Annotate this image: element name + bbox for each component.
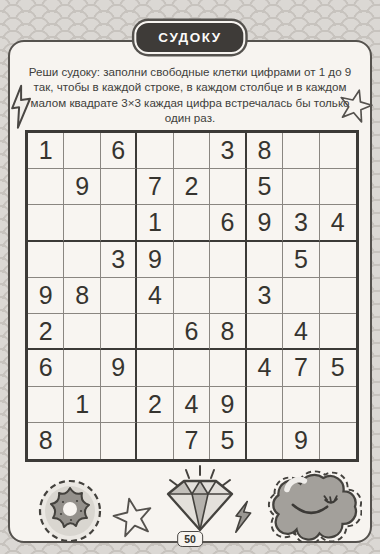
sudoku-cell-r3c8: 3 xyxy=(283,205,319,241)
sudoku-cell-r1c1: 1 xyxy=(28,133,64,169)
sudoku-cell-r9c4[interactable] xyxy=(137,423,173,459)
sudoku-cell-r3c4: 1 xyxy=(137,205,173,241)
sudoku-grid: 1638972516934395984326846947512498759 xyxy=(25,130,359,462)
sudoku-cell-r2c6[interactable] xyxy=(210,169,246,205)
sudoku-cell-r5c2: 8 xyxy=(64,278,100,314)
sudoku-cell-r5c4: 4 xyxy=(137,278,173,314)
sudoku-cell-r8c6: 9 xyxy=(210,387,246,423)
sudoku-cell-r5c3[interactable] xyxy=(101,278,137,314)
sudoku-cell-r2c4: 7 xyxy=(137,169,173,205)
sudoku-cell-r1c8[interactable] xyxy=(283,133,319,169)
sudoku-cell-r9c3[interactable] xyxy=(101,423,137,459)
page-title: СУДОКУ xyxy=(158,30,221,45)
sudoku-cell-r3c3[interactable] xyxy=(101,205,137,241)
sudoku-cell-r8c2: 1 xyxy=(64,387,100,423)
sudoku-cell-r8c4: 2 xyxy=(137,387,173,423)
diamond-icon xyxy=(158,464,242,538)
sudoku-cell-r4c6[interactable] xyxy=(210,242,246,278)
sudoku-cell-r7c3: 9 xyxy=(101,350,137,386)
sudoku-cell-r5c1: 9 xyxy=(28,278,64,314)
sudoku-cell-r6c1: 2 xyxy=(28,314,64,350)
sudoku-cell-r7c4[interactable] xyxy=(137,350,173,386)
sudoku-cell-r3c9: 4 xyxy=(320,205,356,241)
star-icon xyxy=(107,491,159,543)
sudoku-cell-r9c7[interactable] xyxy=(247,423,283,459)
sudoku-cell-r9c6: 5 xyxy=(210,423,246,459)
sudoku-cell-r6c6: 8 xyxy=(210,314,246,350)
sudoku-cell-r7c8: 7 xyxy=(283,350,319,386)
sudoku-cell-r4c8: 5 xyxy=(283,242,319,278)
sudoku-cell-r8c1[interactable] xyxy=(28,387,64,423)
book-page: СУДОКУ Реши судоку: заполни свободные кл… xyxy=(0,0,380,554)
sudoku-cell-r7c9: 5 xyxy=(320,350,356,386)
sudoku-cell-r4c2[interactable] xyxy=(64,242,100,278)
sudoku-cell-r2c5: 2 xyxy=(174,169,210,205)
sudoku-cell-r6c8: 4 xyxy=(283,314,319,350)
sudoku-cell-r2c7: 5 xyxy=(247,169,283,205)
sudoku-cell-r7c6[interactable] xyxy=(210,350,246,386)
sudoku-cell-r3c6: 6 xyxy=(210,205,246,241)
sudoku-cell-r3c2[interactable] xyxy=(64,205,100,241)
sudoku-cell-r8c8[interactable] xyxy=(283,387,319,423)
donut-icon xyxy=(37,478,103,544)
sudoku-cell-r8c5: 4 xyxy=(174,387,210,423)
sudoku-cell-r9c9[interactable] xyxy=(320,423,356,459)
sudoku-cell-r9c2[interactable] xyxy=(64,423,100,459)
sudoku-cell-r5c8[interactable] xyxy=(283,278,319,314)
sudoku-cell-r4c4: 9 xyxy=(137,242,173,278)
sudoku-cell-r8c9[interactable] xyxy=(320,387,356,423)
sudoku-cell-r3c7: 9 xyxy=(247,205,283,241)
sudoku-cell-r7c5[interactable] xyxy=(174,350,210,386)
sudoku-cell-r9c5: 7 xyxy=(174,423,210,459)
sudoku-cell-r1c7: 8 xyxy=(247,133,283,169)
sudoku-cell-r1c9[interactable] xyxy=(320,133,356,169)
sudoku-cell-r7c1: 6 xyxy=(28,350,64,386)
sudoku-cell-r4c9[interactable] xyxy=(320,242,356,278)
sudoku-cell-r6c4[interactable] xyxy=(137,314,173,350)
sudoku-cell-r7c2[interactable] xyxy=(64,350,100,386)
puzzle-instructions: Реши судоку: заполни свободные клетки ци… xyxy=(22,64,358,126)
page-title-badge: СУДОКУ xyxy=(134,21,245,54)
sudoku-cell-r6c3[interactable] xyxy=(101,314,137,350)
sudoku-cell-r2c8[interactable] xyxy=(283,169,319,205)
sudoku-cell-r5c7: 3 xyxy=(247,278,283,314)
sudoku-cell-r1c4[interactable] xyxy=(137,133,173,169)
sudoku-cell-r4c5[interactable] xyxy=(174,242,210,278)
sudoku-cell-r4c3: 3 xyxy=(101,242,137,278)
cloud-icon xyxy=(258,455,362,543)
sudoku-cell-r1c6: 3 xyxy=(210,133,246,169)
sudoku-cell-r5c9[interactable] xyxy=(320,278,356,314)
page-number: 50 xyxy=(177,531,203,547)
sudoku-cell-r6c2[interactable] xyxy=(64,314,100,350)
sudoku-cell-r9c8: 9 xyxy=(283,423,319,459)
sudoku-cell-r2c2: 9 xyxy=(64,169,100,205)
sudoku-cell-r1c5[interactable] xyxy=(174,133,210,169)
sudoku-cell-r2c3[interactable] xyxy=(101,169,137,205)
sudoku-cell-r6c5: 6 xyxy=(174,314,210,350)
sudoku-cell-r6c7[interactable] xyxy=(247,314,283,350)
sudoku-cell-r7c7: 4 xyxy=(247,350,283,386)
sudoku-cell-r2c1[interactable] xyxy=(28,169,64,205)
sudoku-cell-r4c1[interactable] xyxy=(28,242,64,278)
sudoku-cell-r3c5[interactable] xyxy=(174,205,210,241)
sudoku-cell-r9c1: 8 xyxy=(28,423,64,459)
sudoku-cell-r3c1[interactable] xyxy=(28,205,64,241)
sudoku-cell-r1c3: 6 xyxy=(101,133,137,169)
sudoku-cell-r4c7[interactable] xyxy=(247,242,283,278)
sudoku-cell-r5c5[interactable] xyxy=(174,278,210,314)
sudoku-cell-r8c7[interactable] xyxy=(247,387,283,423)
sudoku-cell-r6c9[interactable] xyxy=(320,314,356,350)
sudoku-cell-r5c6[interactable] xyxy=(210,278,246,314)
sudoku-cell-r8c3[interactable] xyxy=(101,387,137,423)
sudoku-cell-r1c2[interactable] xyxy=(64,133,100,169)
sudoku-cell-r2c9[interactable] xyxy=(320,169,356,205)
